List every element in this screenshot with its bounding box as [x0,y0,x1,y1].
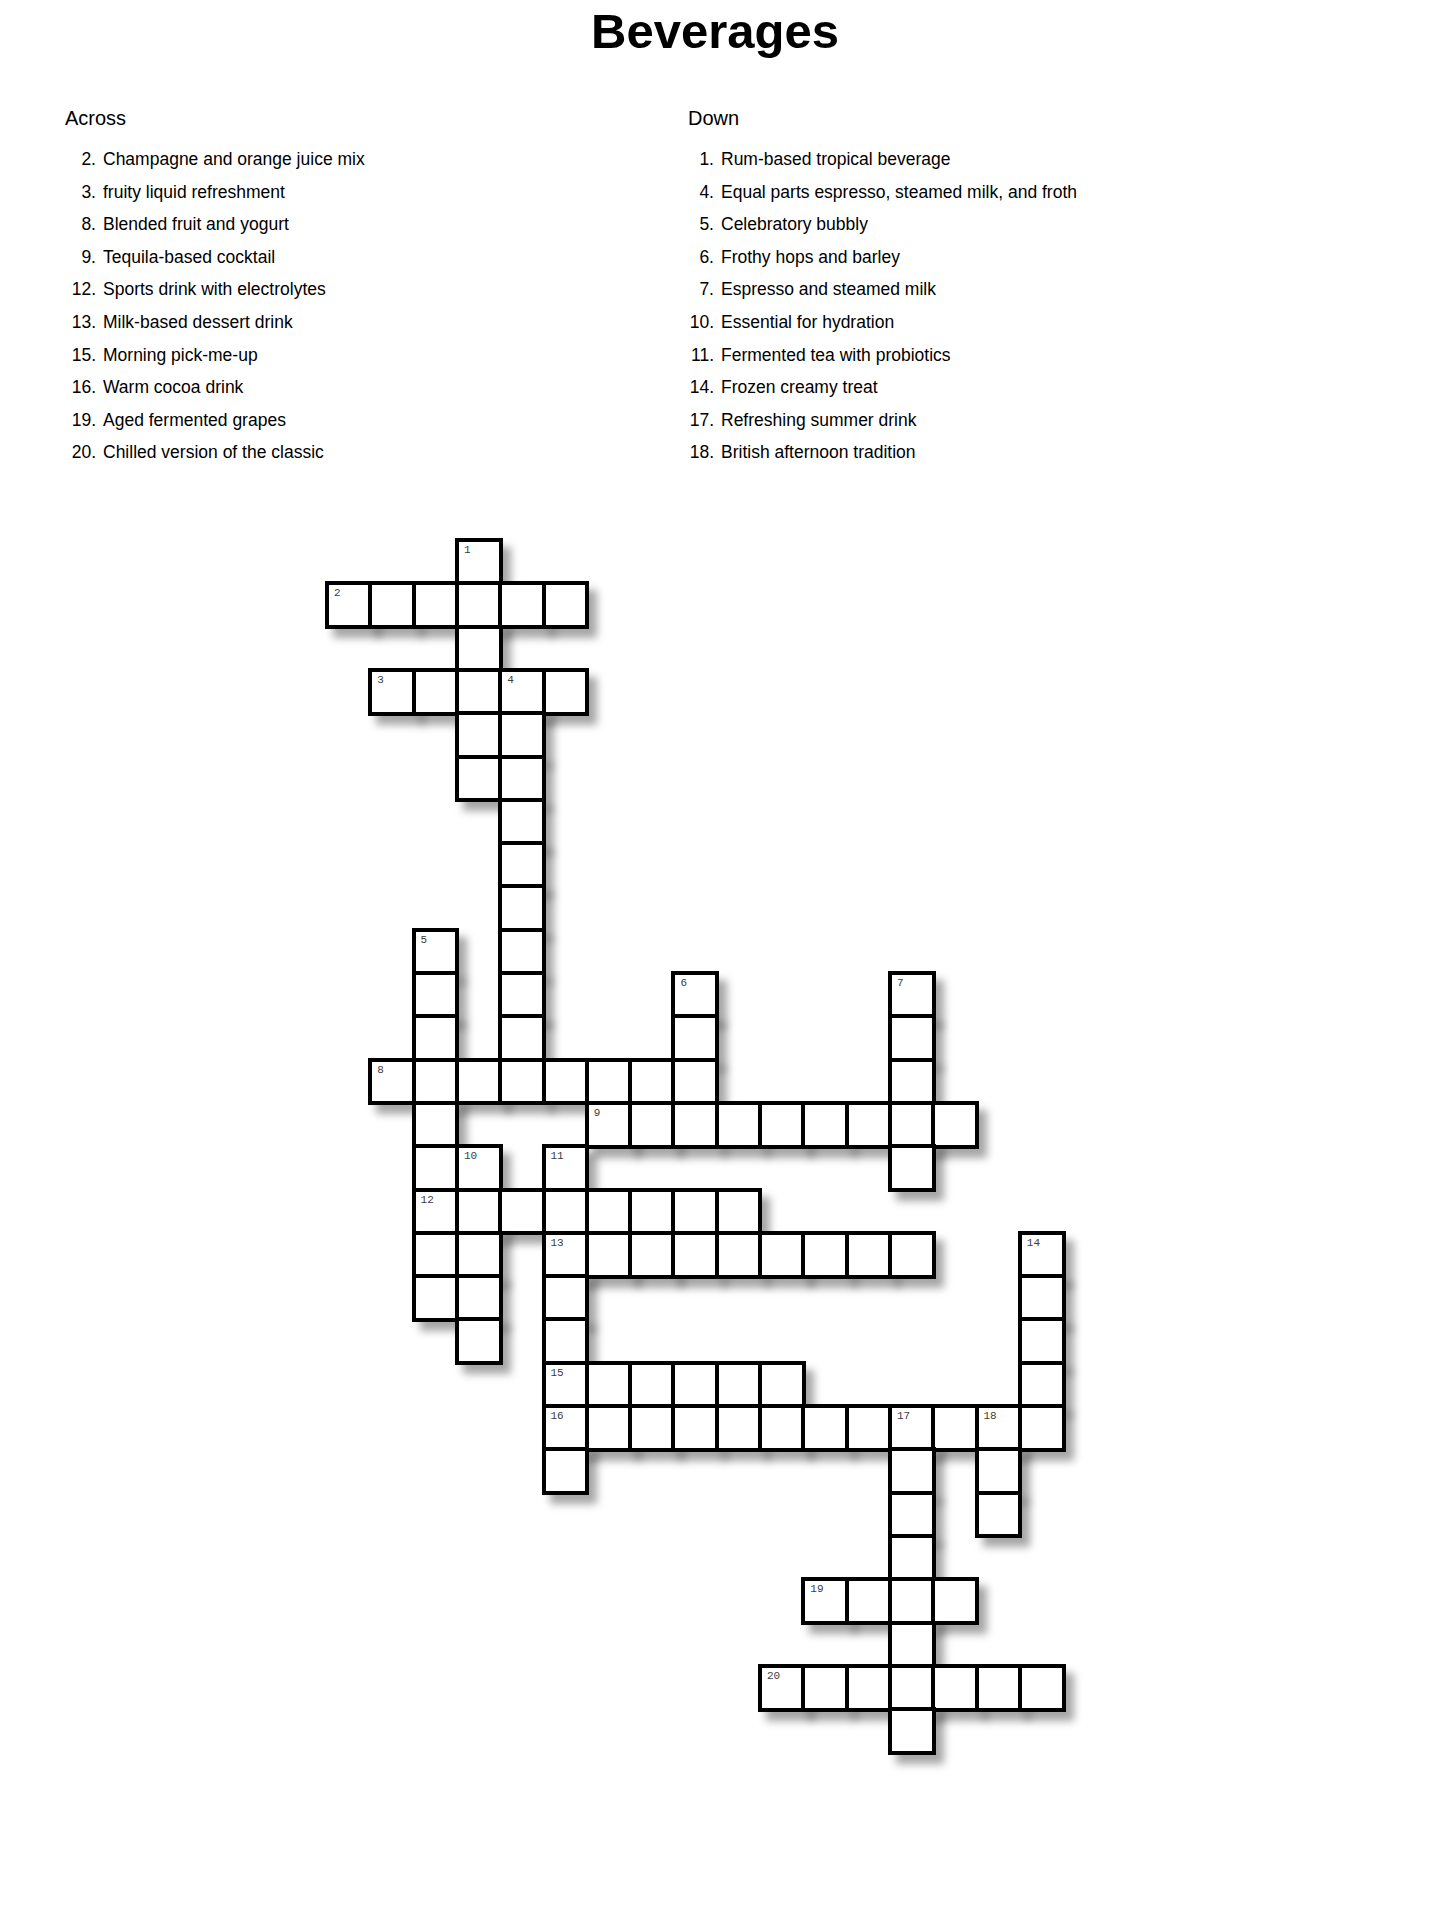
clue-number: 3. [56,176,96,209]
grid-cell-r20c12[interactable] [845,1404,893,1452]
grid-cell-r3c1[interactable]: 3 [368,668,416,716]
grid-cell-r20c15[interactable]: 18 [975,1404,1023,1452]
clue-text: Essential for hydration [721,306,894,339]
clue-text: British afternoon tradition [721,436,916,469]
clue-number: 10. [674,306,714,339]
grid-cell-r20c14[interactable] [931,1404,979,1452]
grid-cell-r1c2[interactable] [412,581,460,629]
grid-cell-r26c13[interactable] [888,1664,936,1712]
grid-cell-r19c16[interactable] [1018,1361,1066,1409]
clue-number: 19. [56,404,96,437]
grid-cell-r26c11[interactable] [801,1664,849,1712]
clue-down-5: 5.Celebratory bubbly [674,208,1314,241]
clue-across-3: 3.fruity liquid refreshment [56,176,696,209]
down-header: Down [674,104,1314,132]
grid-cell-r20c6[interactable] [585,1404,633,1452]
clue-text: Morning pick-me-up [103,339,258,372]
clue-text: Aged fermented grapes [103,404,286,437]
grid-cell-r16c9[interactable] [715,1231,763,1279]
clue-across-9: 9.Tequila-based cocktail [56,241,696,274]
down-clues-section: Down 1.Rum-based tropical beverage4.Equa… [674,104,1314,469]
cell-number-19: 19 [810,1583,823,1595]
clue-text: Fermented tea with probiotics [721,339,951,372]
grid-cell-r11c2[interactable] [412,1014,460,1062]
clue-text: Champagne and orange juice mix [103,143,365,176]
cell-number-7: 7 [897,977,904,989]
grid-cell-r15c4[interactable] [498,1188,546,1236]
clue-text: Warm cocoa drink [103,371,243,404]
grid-cell-r24c13[interactable] [888,1577,936,1625]
clue-text: Frozen creamy treat [721,371,878,404]
grid-cell-r0c3[interactable]: 1 [455,538,503,586]
grid-cell-r17c5[interactable] [542,1274,590,1322]
grid-cell-r5c3[interactable] [455,755,503,803]
grid-cell-r20c16[interactable] [1018,1404,1066,1452]
grid-cell-r15c3[interactable] [455,1188,503,1236]
cell-number-8: 8 [377,1064,384,1076]
grid-cell-r26c12[interactable] [845,1664,893,1712]
grid-cell-r1c0[interactable]: 2 [325,581,373,629]
grid-cell-r20c11[interactable] [801,1404,849,1452]
grid-cell-r17c16[interactable] [1018,1274,1066,1322]
clue-down-4: 4.Equal parts espresso, steamed milk, an… [674,176,1314,209]
clue-down-11: 11.Fermented tea with probiotics [674,339,1314,372]
grid-cell-r17c3[interactable] [455,1274,503,1322]
clue-down-7: 7.Espresso and steamed milk [674,273,1314,306]
clue-number: 18. [674,436,714,469]
crossword-page: Beverages Across 2.Champagne and orange … [0,0,1430,1925]
grid-cell-r1c1[interactable] [368,581,416,629]
cell-number-20: 20 [767,1670,780,1682]
grid-cell-r21c5[interactable] [542,1447,590,1495]
grid-cell-r18c5[interactable] [542,1317,590,1365]
clue-text: Chilled version of the classic [103,436,324,469]
grid-cell-r13c2[interactable] [412,1101,460,1149]
clue-across-12: 12.Sports drink with electrolytes [56,273,696,306]
grid-cell-r16c10[interactable] [758,1231,806,1279]
grid-cell-r21c13[interactable] [888,1447,936,1495]
grid-cell-r13c6[interactable]: 9 [585,1101,633,1149]
grid-cell-r23c13[interactable] [888,1534,936,1582]
clue-across-19: 19.Aged fermented grapes [56,404,696,437]
grid-cell-r18c3[interactable] [455,1317,503,1365]
clue-number: 1. [674,143,714,176]
grid-cell-r4c4[interactable] [498,711,546,759]
cell-number-3: 3 [377,674,384,686]
grid-cell-r15c5[interactable] [542,1188,590,1236]
clue-text: Celebratory bubbly [721,208,868,241]
grid-cell-r16c11[interactable] [801,1231,849,1279]
down-clue-list: 1.Rum-based tropical beverage4.Equal par… [674,143,1314,469]
grid-cell-r9c4[interactable] [498,928,546,976]
clue-number: 15. [56,339,96,372]
grid-cell-r16c2[interactable] [412,1231,460,1279]
cell-number-17: 17 [897,1410,910,1422]
clue-number: 20. [56,436,96,469]
clue-down-17: 17.Refreshing summer drink [674,404,1314,437]
grid-cell-r13c12[interactable] [845,1101,893,1149]
clue-down-10: 10.Essential for hydration [674,306,1314,339]
grid-cell-r6c4[interactable] [498,798,546,846]
grid-cell-r12c6[interactable] [585,1058,633,1106]
grid-cell-r18c16[interactable] [1018,1317,1066,1365]
grid-cell-r20c8[interactable] [671,1404,719,1452]
clue-number: 5. [674,208,714,241]
grid-cell-r20c9[interactable] [715,1404,763,1452]
grid-cell-r8c4[interactable] [498,884,546,932]
cell-number-1: 1 [464,544,471,556]
crossword-grid: 1234567891011121314151617181920 [325,538,1070,1758]
grid-cell-r19c8[interactable] [671,1361,719,1409]
cell-number-12: 12 [421,1194,434,1206]
clue-number: 12. [56,273,96,306]
cell-number-16: 16 [551,1410,564,1422]
clue-across-13: 13.Milk-based dessert drink [56,306,696,339]
grid-cell-r19c7[interactable] [628,1361,676,1409]
clue-down-1: 1.Rum-based tropical beverage [674,143,1314,176]
clue-text: Tequila-based cocktail [103,241,275,274]
grid-cell-r19c6[interactable] [585,1361,633,1409]
grid-cell-r1c3[interactable] [455,581,503,629]
across-clue-list: 2.Champagne and orange juice mix3.fruity… [56,143,696,469]
clue-text: Refreshing summer drink [721,404,916,437]
clue-text: fruity liquid refreshment [103,176,285,209]
grid-cell-r16c5[interactable]: 13 [542,1231,590,1279]
grid-cell-r15c9[interactable] [715,1188,763,1236]
grid-cell-r26c16[interactable] [1018,1664,1066,1712]
grid-cell-r10c4[interactable] [498,971,546,1019]
grid-cell-r16c6[interactable] [585,1231,633,1279]
grid-cell-r4c3[interactable] [455,711,503,759]
cell-number-6: 6 [680,977,687,989]
cell-number-14: 14 [1027,1237,1040,1249]
grid-cell-r12c3[interactable] [455,1058,503,1106]
grid-cell-r13c14[interactable] [931,1101,979,1149]
grid-cell-r10c8[interactable]: 6 [671,971,719,1019]
clue-text: Rum-based tropical beverage [721,143,951,176]
clue-down-14: 14.Frozen creamy treat [674,371,1314,404]
grid-cell-r13c9[interactable] [715,1101,763,1149]
cell-number-9: 9 [594,1107,601,1119]
grid-cell-r12c2[interactable] [412,1058,460,1106]
clue-number: 6. [674,241,714,274]
grid-cell-r21c15[interactable] [975,1447,1023,1495]
clue-text: Frothy hops and barley [721,241,900,274]
clue-text: Sports drink with electrolytes [103,273,326,306]
grid-cell-r3c2[interactable] [412,668,460,716]
clue-number: 14. [674,371,714,404]
grid-cell-r13c10[interactable] [758,1101,806,1149]
clue-number: 11. [674,339,714,372]
grid-cell-r15c6[interactable] [585,1188,633,1236]
grid-cell-r1c4[interactable] [498,581,546,629]
grid-cell-r13c11[interactable] [801,1101,849,1149]
clue-number: 16. [56,371,96,404]
grid-cell-r3c4[interactable]: 4 [498,668,546,716]
grid-cell-r16c3[interactable] [455,1231,503,1279]
cell-number-2: 2 [334,587,341,599]
grid-cell-r14c13[interactable] [888,1144,936,1192]
grid-cell-r15c2[interactable]: 12 [412,1188,460,1236]
grid-cell-r20c5[interactable]: 16 [542,1404,590,1452]
grid-cell-r12c5[interactable] [542,1058,590,1106]
clue-across-15: 15.Morning pick-me-up [56,339,696,372]
grid-cell-r2c3[interactable] [455,625,503,673]
grid-cell-r20c7[interactable] [628,1404,676,1452]
grid-cell-r17c2[interactable] [412,1274,460,1322]
grid-cell-r20c13[interactable]: 17 [888,1404,936,1452]
grid-cell-r11c4[interactable] [498,1014,546,1062]
grid-cell-r16c16[interactable]: 14 [1018,1231,1066,1279]
grid-cell-r19c9[interactable] [715,1361,763,1409]
clue-number: 13. [56,306,96,339]
clue-across-2: 2.Champagne and orange juice mix [56,143,696,176]
grid-cell-r14c5[interactable]: 11 [542,1144,590,1192]
clue-text: Equal parts espresso, steamed milk, and … [721,176,1077,209]
grid-cell-r12c8[interactable] [671,1058,719,1106]
clue-down-6: 6.Frothy hops and barley [674,241,1314,274]
grid-cell-r16c8[interactable] [671,1231,719,1279]
clue-number: 8. [56,208,96,241]
grid-cell-r3c5[interactable] [542,668,590,716]
grid-cell-r12c1[interactable]: 8 [368,1058,416,1106]
cell-number-5: 5 [421,934,428,946]
cell-number-10: 10 [464,1150,477,1162]
grid-cell-r20c10[interactable] [758,1404,806,1452]
grid-cell-r19c10[interactable] [758,1361,806,1409]
grid-cell-r13c13[interactable] [888,1101,936,1149]
clue-across-8: 8.Blended fruit and yogurt [56,208,696,241]
clue-across-16: 16.Warm cocoa drink [56,371,696,404]
grid-cell-r26c14[interactable] [931,1664,979,1712]
clue-number: 7. [674,273,714,306]
clue-number: 4. [674,176,714,209]
across-clues-section: Across 2.Champagne and orange juice mix3… [56,104,696,469]
grid-cell-r16c7[interactable] [628,1231,676,1279]
clue-text: Espresso and steamed milk [721,273,936,306]
grid-cell-r24c11[interactable]: 19 [801,1577,849,1625]
grid-cell-r9c2[interactable]: 5 [412,928,460,976]
clue-across-20: 20.Chilled version of the classic [56,436,696,469]
clue-number: 17. [674,404,714,437]
grid-cell-r26c10[interactable]: 20 [758,1664,806,1712]
grid-cell-r22c13[interactable] [888,1491,936,1539]
grid-cell-r7c4[interactable] [498,841,546,889]
grid-cell-r11c8[interactable] [671,1014,719,1062]
grid-cell-r10c2[interactable] [412,971,460,1019]
grid-cell-r11c13[interactable] [888,1014,936,1062]
cell-number-4: 4 [507,674,514,686]
cell-number-15: 15 [551,1367,564,1379]
grid-cell-r13c7[interactable] [628,1101,676,1149]
across-header: Across [56,104,696,132]
clue-down-18: 18.British afternoon tradition [674,436,1314,469]
grid-cell-r14c2[interactable] [412,1144,460,1192]
puzzle-title: Beverages [0,0,1430,62]
grid-cell-r12c13[interactable] [888,1058,936,1106]
clue-text: Blended fruit and yogurt [103,208,289,241]
clue-number: 2. [56,143,96,176]
clue-text: Milk-based dessert drink [103,306,293,339]
grid-cell-r22c15[interactable] [975,1491,1023,1539]
grid-cell-r24c14[interactable] [931,1577,979,1625]
cell-number-13: 13 [551,1237,564,1249]
grid-cell-r13c8[interactable] [671,1101,719,1149]
clue-number: 9. [56,241,96,274]
grid-cell-r5c4[interactable] [498,755,546,803]
grid-cell-r19c5[interactable]: 15 [542,1361,590,1409]
cell-number-11: 11 [551,1150,564,1162]
grid-cell-r1c5[interactable] [542,581,590,629]
grid-cell-r12c4[interactable] [498,1058,546,1106]
cell-number-18: 18 [984,1410,997,1422]
grid-cell-r26c15[interactable] [975,1664,1023,1712]
grid-cell-r14c3[interactable]: 10 [455,1144,503,1192]
grid-cell-r10c13[interactable]: 7 [888,971,936,1019]
grid-cell-r25c13[interactable] [888,1621,936,1669]
grid-cell-r27c13[interactable] [888,1707,936,1755]
grid-cell-r15c7[interactable] [628,1188,676,1236]
grid-cell-r12c7[interactable] [628,1058,676,1106]
grid-cell-r24c12[interactable] [845,1577,893,1625]
grid-cell-r16c12[interactable] [845,1231,893,1279]
grid-cell-r15c8[interactable] [671,1188,719,1236]
grid-cell-r3c3[interactable] [455,668,503,716]
grid-cell-r16c13[interactable] [888,1231,936,1279]
